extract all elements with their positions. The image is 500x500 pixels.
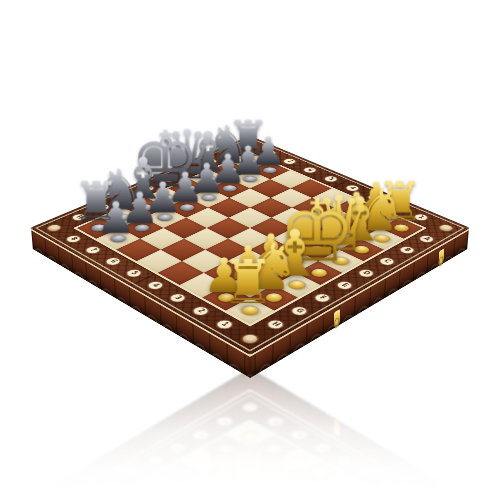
- scene: 88AA77BB66CC55DD44EE33FF22GG11HH♜♞♝♛♚♝♞♜…: [0, 0, 500, 500]
- gold-rook-glyph: ♜: [197, 251, 298, 312]
- chess-board: 88AA77BB66CC55DD44EE33FF22GG11HH♜♞♝♛♚♝♞♜…: [31, 136, 469, 354]
- silver-pawn-glyph: ♟: [70, 196, 162, 240]
- brass-latch: [438, 248, 444, 266]
- brass-latch: [334, 309, 340, 328]
- product-photo: 88AA77BB66CC55DD44EE33FF22GG11HH♜♞♝♛♚♝♞♜…: [0, 0, 500, 500]
